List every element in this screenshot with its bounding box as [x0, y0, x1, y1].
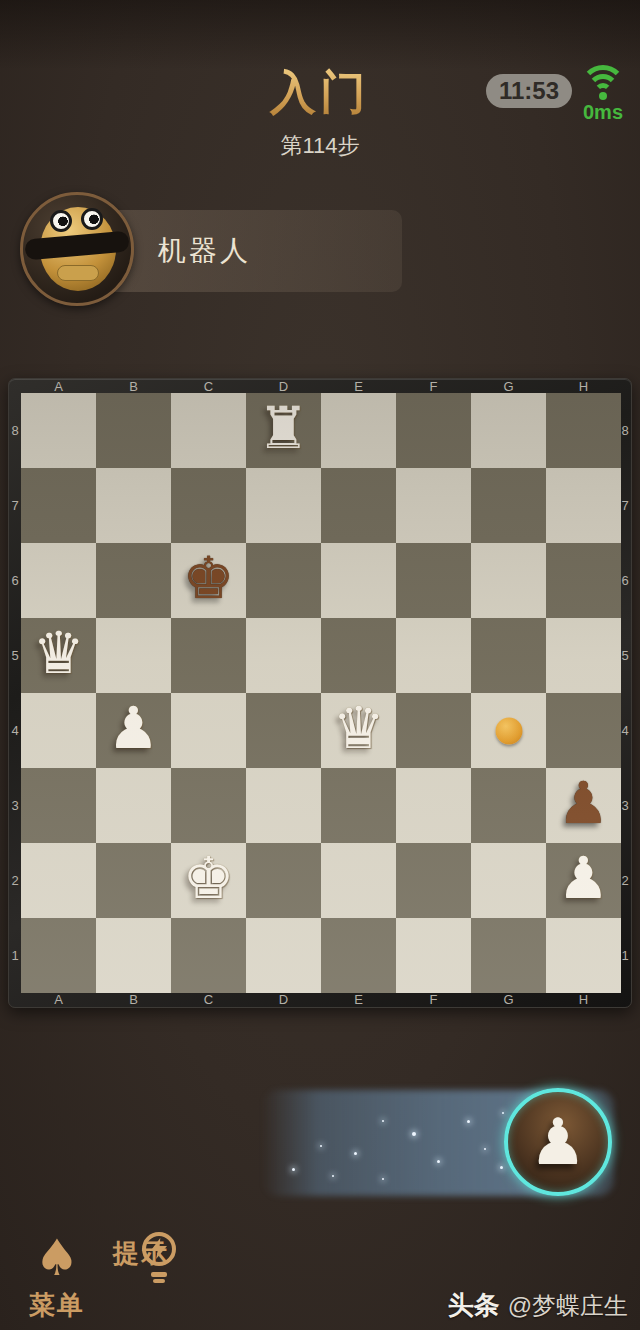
file-label: G	[471, 992, 546, 1007]
square-e2[interactable]	[321, 843, 396, 918]
square-e6[interactable]	[321, 543, 396, 618]
black-pawn[interactable]: ♟	[558, 774, 610, 832]
hint-button[interactable]: 提示	[96, 1232, 186, 1271]
square-c3[interactable]	[171, 768, 246, 843]
square-b3[interactable]	[96, 768, 171, 843]
square-f1[interactable]	[396, 918, 471, 993]
clock-badge: 11:53	[486, 74, 572, 108]
chess-board: ABCDEFGH ABCDEFGH 87654321 87654321 ♜♚♛♟…	[8, 378, 632, 1008]
opponent-name: 机器人	[158, 232, 251, 270]
square-c4[interactable]	[171, 693, 246, 768]
file-label: D	[246, 379, 321, 394]
square-b5[interactable]	[96, 618, 171, 693]
wifi-icon	[580, 64, 626, 100]
file-label: A	[21, 379, 96, 394]
square-a1[interactable]	[21, 918, 96, 993]
file-labels-bottom: ABCDEFGH	[21, 992, 621, 1007]
square-a7[interactable]	[21, 468, 96, 543]
square-h5[interactable]	[546, 618, 621, 693]
watermark: 头条 @梦蝶庄生	[448, 1288, 628, 1323]
rank-label: 8	[9, 393, 21, 468]
white-pawn[interactable]: ♟	[108, 699, 160, 757]
file-label: E	[321, 379, 396, 394]
square-c1[interactable]	[171, 918, 246, 993]
square-c2[interactable]: ♚	[171, 843, 246, 918]
square-h3[interactable]: ♟	[546, 768, 621, 843]
square-d4[interactable]	[246, 693, 321, 768]
square-e4[interactable]: ♛	[321, 693, 396, 768]
file-label: C	[171, 379, 246, 394]
rank-label: 4	[9, 693, 21, 768]
square-a3[interactable]	[21, 768, 96, 843]
spade-icon: ♠	[35, 1229, 80, 1287]
hint-move-dot[interactable]	[495, 717, 522, 744]
file-label: E	[321, 992, 396, 1007]
rank-labels-left: 87654321	[9, 393, 21, 993]
rank-label: 3	[9, 768, 21, 843]
white-rook[interactable]: ♜	[258, 399, 310, 457]
square-g8[interactable]	[471, 393, 546, 468]
black-king[interactable]: ♚	[183, 549, 235, 607]
watermark-brand: 头条	[448, 1288, 500, 1323]
square-c7[interactable]	[171, 468, 246, 543]
white-pawn-icon: ♟	[529, 1110, 586, 1174]
ping-value: 0ms	[580, 101, 626, 124]
square-d3[interactable]	[246, 768, 321, 843]
square-a2[interactable]	[21, 843, 96, 918]
white-pawn[interactable]: ♟	[558, 849, 610, 907]
square-h8[interactable]	[546, 393, 621, 468]
square-d8[interactable]: ♜	[246, 393, 321, 468]
square-c5[interactable]	[171, 618, 246, 693]
square-g6[interactable]	[471, 543, 546, 618]
rank-label: 6	[9, 543, 21, 618]
square-e1[interactable]	[321, 918, 396, 993]
square-f3[interactable]	[396, 768, 471, 843]
square-b8[interactable]	[96, 393, 171, 468]
square-e5[interactable]	[321, 618, 396, 693]
square-b7[interactable]	[96, 468, 171, 543]
square-b1[interactable]	[96, 918, 171, 993]
white-king[interactable]: ♚	[183, 849, 235, 907]
file-label: A	[21, 992, 96, 1007]
square-f2[interactable]	[396, 843, 471, 918]
app-screen: 入门 11:53 0ms 第114步 机器人 ABCDEFGH ABCDEFGH…	[0, 0, 640, 1330]
file-label: F	[396, 379, 471, 394]
square-g5[interactable]	[471, 618, 546, 693]
file-label: C	[171, 992, 246, 1007]
square-f7[interactable]	[396, 468, 471, 543]
promoted-piece-badge: ♟	[504, 1088, 612, 1196]
square-a6[interactable]	[21, 543, 96, 618]
rank-label: 2	[9, 843, 21, 918]
rank-label: 5	[9, 618, 21, 693]
white-queen[interactable]: ♛	[33, 624, 85, 682]
move-counter: 第114步	[0, 131, 640, 161]
square-e7[interactable]	[321, 468, 396, 543]
robot-eye-left	[50, 210, 72, 232]
square-d6[interactable]	[246, 543, 321, 618]
square-b4[interactable]: ♟	[96, 693, 171, 768]
square-d1[interactable]	[246, 918, 321, 993]
robot-plate	[57, 265, 99, 281]
square-h2[interactable]: ♟	[546, 843, 621, 918]
file-label: H	[546, 992, 621, 1007]
square-f6[interactable]	[396, 543, 471, 618]
rank-label: 1	[9, 918, 21, 993]
square-h6[interactable]	[546, 543, 621, 618]
board-squares: ♜♚♛♟♛♟♚♟	[21, 393, 621, 993]
square-c6[interactable]: ♚	[171, 543, 246, 618]
square-g1[interactable]	[471, 918, 546, 993]
square-f5[interactable]	[396, 618, 471, 693]
rank-label: 7	[9, 468, 21, 543]
menu-button-label: 菜单	[12, 1288, 102, 1323]
square-d2[interactable]	[246, 843, 321, 918]
watermark-author: @梦蝶庄生	[508, 1290, 628, 1322]
square-c8[interactable]	[171, 393, 246, 468]
square-a4[interactable]	[21, 693, 96, 768]
square-f8[interactable]	[396, 393, 471, 468]
file-label: D	[246, 992, 321, 1007]
square-e3[interactable]	[321, 768, 396, 843]
square-b6[interactable]	[96, 543, 171, 618]
square-g2[interactable]	[471, 843, 546, 918]
square-f4[interactable]	[396, 693, 471, 768]
square-a8[interactable]	[21, 393, 96, 468]
square-d7[interactable]	[246, 468, 321, 543]
white-queen[interactable]: ♛	[333, 699, 385, 757]
file-label: B	[96, 379, 171, 394]
square-d5[interactable]	[246, 618, 321, 693]
file-label: G	[471, 379, 546, 394]
robot-eye-right	[81, 208, 103, 230]
square-e8[interactable]	[321, 393, 396, 468]
file-label: B	[96, 992, 171, 1007]
menu-button[interactable]: ♠ 菜单	[12, 1232, 102, 1323]
file-labels-top: ABCDEFGH	[21, 379, 621, 394]
square-g7[interactable]	[471, 468, 546, 543]
square-h7[interactable]	[546, 468, 621, 543]
square-h1[interactable]	[546, 918, 621, 993]
file-label: F	[396, 992, 471, 1007]
square-a5[interactable]: ♛	[21, 618, 96, 693]
square-g4[interactable]	[471, 693, 546, 768]
file-label: H	[546, 379, 621, 394]
square-g3[interactable]	[471, 768, 546, 843]
opponent-avatar	[20, 192, 134, 306]
square-b2[interactable]	[96, 843, 171, 918]
square-h4[interactable]	[546, 693, 621, 768]
